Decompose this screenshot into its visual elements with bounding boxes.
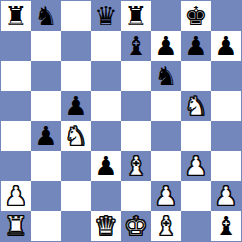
square-b3[interactable] [31, 151, 61, 181]
square-e5[interactable] [121, 91, 151, 121]
square-b5[interactable] [31, 91, 61, 121]
square-c1[interactable] [61, 211, 91, 241]
white-pawn-h2[interactable]: ♟ [214, 181, 237, 211]
square-a3[interactable] [1, 151, 31, 181]
square-h4[interactable] [211, 121, 241, 151]
square-d1[interactable]: ♛ [91, 211, 121, 241]
square-b2[interactable] [31, 181, 61, 211]
square-e7[interactable]: ♝ [121, 31, 151, 61]
square-e4[interactable] [121, 121, 151, 151]
square-h2[interactable]: ♟ [211, 181, 241, 211]
white-pawn-a2[interactable]: ♟ [4, 181, 27, 211]
square-f6[interactable]: ♞ [151, 61, 181, 91]
square-a7[interactable] [1, 31, 31, 61]
square-g4[interactable] [181, 121, 211, 151]
square-f3[interactable] [151, 151, 181, 181]
square-e2[interactable] [121, 181, 151, 211]
square-b8[interactable]: ♞ [31, 1, 61, 31]
square-b1[interactable] [31, 211, 61, 241]
square-a6[interactable] [1, 61, 31, 91]
white-king-e1[interactable]: ♚ [124, 211, 147, 241]
square-f8[interactable] [151, 1, 181, 31]
black-queen-d8[interactable]: ♛ [94, 1, 117, 31]
square-a4[interactable] [1, 121, 31, 151]
square-d7[interactable] [91, 31, 121, 61]
square-a1[interactable]: ♜ [1, 211, 31, 241]
square-h1[interactable]: ♝ [211, 211, 241, 241]
white-rook-a1[interactable]: ♜ [4, 211, 27, 241]
black-knight-f6[interactable]: ♞ [154, 61, 177, 91]
square-b7[interactable] [31, 31, 61, 61]
black-pawn-c5[interactable]: ♟ [64, 91, 87, 121]
black-pawn-d3[interactable]: ♟ [94, 151, 117, 181]
white-queen-d1[interactable]: ♛ [94, 211, 117, 241]
square-c3[interactable] [61, 151, 91, 181]
chess-board: ♜♞♛♜♚♝♟♟♟♞♟♞♟♞♟♝♟♟♟♟♜♛♚♝♝ [0, 0, 242, 242]
square-e6[interactable] [121, 61, 151, 91]
black-pawn-g7[interactable]: ♟ [184, 31, 207, 61]
square-b6[interactable] [31, 61, 61, 91]
square-h6[interactable] [211, 61, 241, 91]
square-f4[interactable] [151, 121, 181, 151]
square-f2[interactable]: ♟ [151, 181, 181, 211]
square-g2[interactable] [181, 181, 211, 211]
square-b4[interactable]: ♟ [31, 121, 61, 151]
black-rook-a8[interactable]: ♜ [4, 1, 27, 31]
square-e8[interactable]: ♜ [121, 1, 151, 31]
square-g1[interactable] [181, 211, 211, 241]
black-pawn-h7[interactable]: ♟ [214, 31, 237, 61]
square-d3[interactable]: ♟ [91, 151, 121, 181]
white-bishop-e3[interactable]: ♝ [124, 151, 147, 181]
square-g5[interactable]: ♞ [181, 91, 211, 121]
square-g3[interactable]: ♟ [181, 151, 211, 181]
square-c7[interactable] [61, 31, 91, 61]
square-a2[interactable]: ♟ [1, 181, 31, 211]
black-pawn-b4[interactable]: ♟ [34, 121, 57, 151]
square-f1[interactable]: ♝ [151, 211, 181, 241]
black-pawn-f7[interactable]: ♟ [154, 31, 177, 61]
square-d5[interactable] [91, 91, 121, 121]
black-king-g8[interactable]: ♚ [184, 1, 207, 31]
black-knight-b8[interactable]: ♞ [34, 1, 57, 31]
square-d6[interactable] [91, 61, 121, 91]
square-c4[interactable]: ♞ [61, 121, 91, 151]
white-bishop-f1[interactable]: ♝ [154, 211, 177, 241]
square-g7[interactable]: ♟ [181, 31, 211, 61]
square-c2[interactable] [61, 181, 91, 211]
square-e1[interactable]: ♚ [121, 211, 151, 241]
square-c5[interactable]: ♟ [61, 91, 91, 121]
white-pawn-g3[interactable]: ♟ [184, 151, 207, 181]
square-c6[interactable] [61, 61, 91, 91]
white-knight-c4[interactable]: ♞ [64, 121, 87, 151]
square-f5[interactable] [151, 91, 181, 121]
square-h8[interactable] [211, 1, 241, 31]
square-a8[interactable]: ♜ [1, 1, 31, 31]
square-g6[interactable] [181, 61, 211, 91]
white-knight-g5[interactable]: ♞ [184, 91, 207, 121]
square-c8[interactable] [61, 1, 91, 31]
black-bishop-h1[interactable]: ♝ [214, 211, 237, 241]
square-h5[interactable] [211, 91, 241, 121]
white-pawn-f2[interactable]: ♟ [154, 181, 177, 211]
square-d8[interactable]: ♛ [91, 1, 121, 31]
square-e3[interactable]: ♝ [121, 151, 151, 181]
square-d4[interactable] [91, 121, 121, 151]
square-a5[interactable] [1, 91, 31, 121]
square-g8[interactable]: ♚ [181, 1, 211, 31]
square-h3[interactable] [211, 151, 241, 181]
square-f7[interactable]: ♟ [151, 31, 181, 61]
square-h7[interactable]: ♟ [211, 31, 241, 61]
black-bishop-e7[interactable]: ♝ [124, 31, 147, 61]
black-rook-e8[interactable]: ♜ [124, 1, 147, 31]
square-d2[interactable] [91, 181, 121, 211]
